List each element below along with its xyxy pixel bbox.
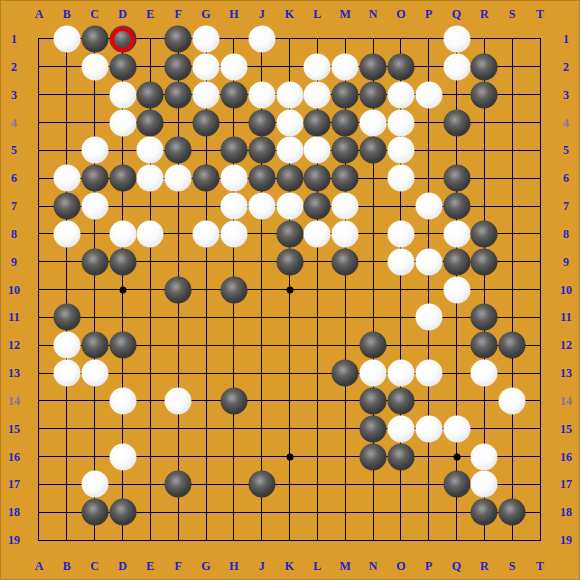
stone-black-C6[interactable] bbox=[81, 165, 108, 192]
column-label-top-N: N bbox=[369, 7, 378, 22]
stone-white-J3[interactable] bbox=[248, 81, 275, 108]
grid-line-v bbox=[428, 39, 429, 540]
stone-black-R18[interactable] bbox=[471, 499, 498, 526]
row-label-left-3: 3 bbox=[11, 87, 17, 102]
stone-white-K4[interactable] bbox=[276, 109, 303, 136]
row-label-right-12: 12 bbox=[560, 338, 572, 353]
star-point-D10 bbox=[119, 286, 126, 293]
stone-black-F17[interactable] bbox=[165, 471, 192, 498]
stone-white-P11[interactable] bbox=[415, 304, 442, 331]
stone-white-G2[interactable] bbox=[193, 53, 220, 80]
stone-black-S18[interactable] bbox=[499, 499, 526, 526]
row-label-right-16: 16 bbox=[560, 449, 572, 464]
star-point-Q16 bbox=[453, 453, 460, 460]
column-label-bottom-E: E bbox=[146, 559, 154, 574]
stone-white-O13[interactable] bbox=[387, 360, 414, 387]
stone-black-N5[interactable] bbox=[360, 137, 387, 164]
stone-white-E8[interactable] bbox=[137, 220, 164, 247]
stone-black-F2[interactable] bbox=[165, 53, 192, 80]
stone-white-E6[interactable] bbox=[137, 165, 164, 192]
stone-black-B7[interactable] bbox=[53, 193, 80, 220]
row-label-right-18: 18 bbox=[560, 505, 572, 520]
stone-white-M8[interactable] bbox=[332, 220, 359, 247]
stone-black-N12[interactable] bbox=[360, 332, 387, 359]
row-label-left-16: 16 bbox=[8, 449, 20, 464]
stone-white-S14[interactable] bbox=[499, 387, 526, 414]
stone-white-O5[interactable] bbox=[387, 137, 414, 164]
row-label-left-8: 8 bbox=[11, 226, 17, 241]
row-label-left-4: 4 bbox=[11, 115, 17, 130]
stone-black-Q4[interactable] bbox=[443, 109, 470, 136]
go-board[interactable]: AABBCCDDEEFFGGHHJJKKLLMMNNOOPPQQRRSSTT11… bbox=[0, 0, 580, 580]
column-label-top-G: G bbox=[201, 7, 210, 22]
stone-black-O2[interactable] bbox=[387, 53, 414, 80]
stone-white-C13[interactable] bbox=[81, 360, 108, 387]
row-label-left-1: 1 bbox=[11, 32, 17, 47]
row-label-right-2: 2 bbox=[563, 59, 569, 74]
column-label-top-E: E bbox=[146, 7, 154, 22]
column-label-top-S: S bbox=[509, 7, 516, 22]
stone-white-R17[interactable] bbox=[471, 471, 498, 498]
stone-white-K7[interactable] bbox=[276, 193, 303, 220]
row-label-right-6: 6 bbox=[563, 171, 569, 186]
stone-white-H8[interactable] bbox=[220, 220, 247, 247]
row-label-right-9: 9 bbox=[563, 254, 569, 269]
stone-black-D9[interactable] bbox=[109, 248, 136, 275]
stone-white-G1[interactable] bbox=[193, 26, 220, 53]
stone-black-M4[interactable] bbox=[332, 109, 359, 136]
stone-black-Q9[interactable] bbox=[443, 248, 470, 275]
row-label-right-8: 8 bbox=[563, 226, 569, 241]
stone-black-N16[interactable] bbox=[360, 443, 387, 470]
row-label-right-10: 10 bbox=[560, 282, 572, 297]
stone-black-J6[interactable] bbox=[248, 165, 275, 192]
stone-black-D6[interactable] bbox=[109, 165, 136, 192]
column-label-top-J: J bbox=[259, 7, 265, 22]
stone-black-J17[interactable] bbox=[248, 471, 275, 498]
column-label-bottom-R: R bbox=[480, 559, 489, 574]
stone-white-Q8[interactable] bbox=[443, 220, 470, 247]
column-label-top-O: O bbox=[396, 7, 405, 22]
stone-white-K5[interactable] bbox=[276, 137, 303, 164]
stone-black-D18[interactable] bbox=[109, 499, 136, 526]
stone-black-G6[interactable] bbox=[193, 165, 220, 192]
stone-black-C1[interactable] bbox=[81, 26, 108, 53]
stone-white-B6[interactable] bbox=[53, 165, 80, 192]
row-label-left-5: 5 bbox=[11, 143, 17, 158]
stone-black-M9[interactable] bbox=[332, 248, 359, 275]
stone-black-F3[interactable] bbox=[165, 81, 192, 108]
column-label-top-M: M bbox=[339, 7, 350, 22]
stone-white-O4[interactable] bbox=[387, 109, 414, 136]
stone-black-N2[interactable] bbox=[360, 53, 387, 80]
stone-black-E4[interactable] bbox=[137, 109, 164, 136]
row-label-right-4: 4 bbox=[563, 115, 569, 130]
column-label-top-C: C bbox=[90, 7, 99, 22]
column-label-top-R: R bbox=[480, 7, 489, 22]
row-label-right-15: 15 bbox=[560, 421, 572, 436]
stone-white-L5[interactable] bbox=[304, 137, 331, 164]
row-label-left-13: 13 bbox=[8, 366, 20, 381]
stone-black-D1[interactable] bbox=[109, 26, 136, 53]
stone-white-Q10[interactable] bbox=[443, 276, 470, 303]
stone-black-Q7[interactable] bbox=[443, 193, 470, 220]
stone-white-O6[interactable] bbox=[387, 165, 414, 192]
stone-white-E5[interactable] bbox=[137, 137, 164, 164]
stone-white-Q2[interactable] bbox=[443, 53, 470, 80]
stone-black-H14[interactable] bbox=[220, 387, 247, 414]
stone-black-L4[interactable] bbox=[304, 109, 331, 136]
stone-white-F6[interactable] bbox=[165, 165, 192, 192]
stone-black-B11[interactable] bbox=[53, 304, 80, 331]
stone-white-R16[interactable] bbox=[471, 443, 498, 470]
stone-white-L2[interactable] bbox=[304, 53, 331, 80]
column-label-top-H: H bbox=[229, 7, 238, 22]
stone-white-B12[interactable] bbox=[53, 332, 80, 359]
stone-black-J4[interactable] bbox=[248, 109, 275, 136]
row-label-left-15: 15 bbox=[8, 421, 20, 436]
row-label-left-14: 14 bbox=[8, 393, 20, 408]
column-label-top-D: D bbox=[118, 7, 127, 22]
stone-white-L8[interactable] bbox=[304, 220, 331, 247]
stone-black-M6[interactable] bbox=[332, 165, 359, 192]
stone-black-R11[interactable] bbox=[471, 304, 498, 331]
stone-black-R12[interactable] bbox=[471, 332, 498, 359]
stone-black-Q6[interactable] bbox=[443, 165, 470, 192]
stone-black-C9[interactable] bbox=[81, 248, 108, 275]
stone-black-K8[interactable] bbox=[276, 220, 303, 247]
column-label-bottom-Q: Q bbox=[452, 559, 461, 574]
column-label-top-Q: Q bbox=[452, 7, 461, 22]
stone-white-D16[interactable] bbox=[109, 443, 136, 470]
column-label-top-F: F bbox=[174, 7, 181, 22]
stone-white-B13[interactable] bbox=[53, 360, 80, 387]
stone-black-F1[interactable] bbox=[165, 26, 192, 53]
stone-black-L6[interactable] bbox=[304, 165, 331, 192]
stone-black-N14[interactable] bbox=[360, 387, 387, 414]
column-label-bottom-M: M bbox=[339, 559, 350, 574]
stone-black-M3[interactable] bbox=[332, 81, 359, 108]
column-label-bottom-D: D bbox=[118, 559, 127, 574]
stone-white-B1[interactable] bbox=[53, 26, 80, 53]
stone-white-H6[interactable] bbox=[220, 165, 247, 192]
grid-line-v bbox=[512, 39, 513, 540]
stone-black-S12[interactable] bbox=[499, 332, 526, 359]
stone-white-M7[interactable] bbox=[332, 193, 359, 220]
stone-white-O9[interactable] bbox=[387, 248, 414, 275]
stone-black-N3[interactable] bbox=[360, 81, 387, 108]
column-label-top-P: P bbox=[425, 7, 432, 22]
row-label-right-5: 5 bbox=[563, 143, 569, 158]
column-label-bottom-O: O bbox=[396, 559, 405, 574]
stone-black-K6[interactable] bbox=[276, 165, 303, 192]
column-label-bottom-G: G bbox=[201, 559, 210, 574]
star-point-K16 bbox=[286, 453, 293, 460]
row-label-left-12: 12 bbox=[8, 338, 20, 353]
stone-white-P13[interactable] bbox=[415, 360, 442, 387]
stone-black-N15[interactable] bbox=[360, 415, 387, 442]
stone-white-D14[interactable] bbox=[109, 387, 136, 414]
stone-black-C12[interactable] bbox=[81, 332, 108, 359]
stone-white-D3[interactable] bbox=[109, 81, 136, 108]
row-label-right-1: 1 bbox=[563, 32, 569, 47]
stone-black-L7[interactable] bbox=[304, 193, 331, 220]
stone-black-J5[interactable] bbox=[248, 137, 275, 164]
column-label-bottom-P: P bbox=[425, 559, 432, 574]
column-label-bottom-J: J bbox=[259, 559, 265, 574]
row-label-left-17: 17 bbox=[8, 477, 20, 492]
column-label-bottom-T: T bbox=[536, 559, 544, 574]
stone-white-P15[interactable] bbox=[415, 415, 442, 442]
stone-white-J7[interactable] bbox=[248, 193, 275, 220]
row-label-right-19: 19 bbox=[560, 533, 572, 548]
stone-white-P3[interactable] bbox=[415, 81, 442, 108]
column-label-bottom-S: S bbox=[509, 559, 516, 574]
stone-white-O3[interactable] bbox=[387, 81, 414, 108]
stone-white-G8[interactable] bbox=[193, 220, 220, 247]
stone-white-C5[interactable] bbox=[81, 137, 108, 164]
stone-white-Q1[interactable] bbox=[443, 26, 470, 53]
stone-white-C17[interactable] bbox=[81, 471, 108, 498]
stone-white-H2[interactable] bbox=[220, 53, 247, 80]
stone-black-Q17[interactable] bbox=[443, 471, 470, 498]
stone-black-R2[interactable] bbox=[471, 53, 498, 80]
stone-black-O14[interactable] bbox=[387, 387, 414, 414]
column-label-bottom-A: A bbox=[35, 559, 44, 574]
stone-white-C2[interactable] bbox=[81, 53, 108, 80]
grid-line-h bbox=[39, 373, 540, 374]
stone-black-H10[interactable] bbox=[220, 276, 247, 303]
stone-white-L3[interactable] bbox=[304, 81, 331, 108]
stone-white-N4[interactable] bbox=[360, 109, 387, 136]
stone-black-R8[interactable] bbox=[471, 220, 498, 247]
stone-white-J1[interactable] bbox=[248, 26, 275, 53]
stone-white-P9[interactable] bbox=[415, 248, 442, 275]
stone-black-M13[interactable] bbox=[332, 360, 359, 387]
stone-white-Q15[interactable] bbox=[443, 415, 470, 442]
stone-white-O8[interactable] bbox=[387, 220, 414, 247]
stone-black-D2[interactable] bbox=[109, 53, 136, 80]
row-label-left-19: 19 bbox=[8, 533, 20, 548]
column-label-bottom-C: C bbox=[90, 559, 99, 574]
column-label-top-L: L bbox=[313, 7, 321, 22]
stone-black-G4[interactable] bbox=[193, 109, 220, 136]
row-label-left-11: 11 bbox=[8, 310, 19, 325]
stone-white-B8[interactable] bbox=[53, 220, 80, 247]
column-label-top-T: T bbox=[536, 7, 544, 22]
stone-black-F5[interactable] bbox=[165, 137, 192, 164]
stone-white-O15[interactable] bbox=[387, 415, 414, 442]
row-label-right-7: 7 bbox=[563, 199, 569, 214]
row-label-left-6: 6 bbox=[11, 171, 17, 186]
stone-white-M2[interactable] bbox=[332, 53, 359, 80]
grid-line-h bbox=[39, 317, 540, 318]
stone-white-K3[interactable] bbox=[276, 81, 303, 108]
column-label-bottom-H: H bbox=[229, 559, 238, 574]
stone-white-D8[interactable] bbox=[109, 220, 136, 247]
column-label-top-K: K bbox=[285, 7, 294, 22]
row-label-left-9: 9 bbox=[11, 254, 17, 269]
row-label-right-13: 13 bbox=[560, 366, 572, 381]
column-label-bottom-K: K bbox=[285, 559, 294, 574]
stone-black-H3[interactable] bbox=[220, 81, 247, 108]
column-label-bottom-B: B bbox=[63, 559, 71, 574]
column-label-bottom-N: N bbox=[369, 559, 378, 574]
stone-white-P7[interactable] bbox=[415, 193, 442, 220]
column-label-top-B: B bbox=[63, 7, 71, 22]
stone-white-H7[interactable] bbox=[220, 193, 247, 220]
row-label-left-18: 18 bbox=[8, 505, 20, 520]
stone-black-E3[interactable] bbox=[137, 81, 164, 108]
column-label-bottom-L: L bbox=[313, 559, 321, 574]
last-move-marker bbox=[110, 27, 135, 52]
row-label-right-14: 14 bbox=[560, 393, 572, 408]
stone-white-C7[interactable] bbox=[81, 193, 108, 220]
stone-black-K9[interactable] bbox=[276, 248, 303, 275]
column-label-bottom-F: F bbox=[174, 559, 181, 574]
stone-black-H5[interactable] bbox=[220, 137, 247, 164]
stone-black-R3[interactable] bbox=[471, 81, 498, 108]
stone-black-F10[interactable] bbox=[165, 276, 192, 303]
stone-white-R13[interactable] bbox=[471, 360, 498, 387]
row-label-right-11: 11 bbox=[560, 310, 571, 325]
stone-white-G3[interactable] bbox=[193, 81, 220, 108]
row-label-left-2: 2 bbox=[11, 59, 17, 74]
row-label-right-3: 3 bbox=[563, 87, 569, 102]
column-label-top-A: A bbox=[35, 7, 44, 22]
stone-black-C18[interactable] bbox=[81, 499, 108, 526]
stone-black-R9[interactable] bbox=[471, 248, 498, 275]
stone-black-M5[interactable] bbox=[332, 137, 359, 164]
stone-black-D12[interactable] bbox=[109, 332, 136, 359]
row-label-left-10: 10 bbox=[8, 282, 20, 297]
stone-white-N13[interactable] bbox=[360, 360, 387, 387]
row-label-right-17: 17 bbox=[560, 477, 572, 492]
stone-black-O16[interactable] bbox=[387, 443, 414, 470]
stone-white-D4[interactable] bbox=[109, 109, 136, 136]
row-label-left-7: 7 bbox=[11, 199, 17, 214]
stone-white-F14[interactable] bbox=[165, 387, 192, 414]
star-point-K10 bbox=[286, 286, 293, 293]
